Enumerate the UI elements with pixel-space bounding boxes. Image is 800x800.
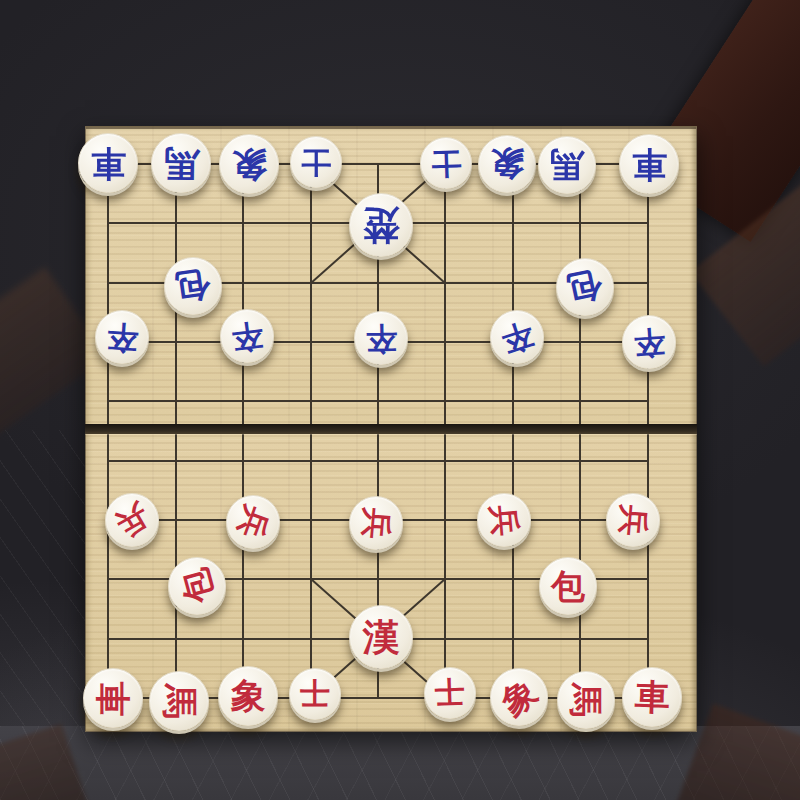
piece-blue-horse-h0[interactable]: 馬 <box>538 136 596 194</box>
piece-blue-cannon-b2[interactable]: 包 <box>164 257 222 315</box>
xiangqi-board: 車馬象士士象馬車楚包包卒卒卒卒卒兵兵兵兵兵包包漢車馬象士士象馬車 <box>85 126 697 732</box>
piece-red-soldier-a6[interactable]: 兵 <box>105 493 159 547</box>
piece-glyph: 卒 <box>230 319 265 354</box>
piece-blue-chariot-a0[interactable]: 車 <box>78 133 138 193</box>
piece-blue-soldier-a3[interactable]: 卒 <box>95 310 149 364</box>
piece-glyph: 士 <box>301 147 331 177</box>
piece-red-cannon-h7[interactable]: 包 <box>539 557 597 615</box>
piece-red-soldier-c6[interactable]: 兵 <box>226 495 280 549</box>
piece-glyph: 車 <box>632 147 667 182</box>
piece-glyph: 象 <box>230 678 267 715</box>
piece-blue-horse-b0[interactable]: 馬 <box>151 133 211 193</box>
piece-glyph: 象 <box>489 146 524 181</box>
piece-red-horse-h9[interactable]: 馬 <box>557 671 615 729</box>
piece-red-chariot-a9[interactable]: 車 <box>83 668 143 728</box>
piece-glyph: 馬 <box>569 683 603 717</box>
piece-blue-advisor-d0[interactable]: 士 <box>290 136 342 188</box>
piece-blue-soldier-c3[interactable]: 卒 <box>220 309 274 363</box>
piece-glyph: 兵 <box>487 503 521 537</box>
piece-blue-cannon-h2[interactable]: 包 <box>556 258 614 316</box>
piece-red-horse-b9[interactable]: 馬 <box>149 671 209 731</box>
piece-glyph: 車 <box>91 146 126 181</box>
piece-glyph: 兵 <box>111 499 153 541</box>
piece-glyph: 車 <box>634 679 670 715</box>
pieces-layer: 車馬象士士象馬車楚包包卒卒卒卒卒兵兵兵兵兵包包漢車馬象士士象馬車 <box>86 127 696 731</box>
piece-glyph: 馬 <box>162 684 197 719</box>
piece-glyph: 包 <box>174 267 212 305</box>
piece-glyph: 包 <box>176 565 218 607</box>
piece-red-advisor-d9[interactable]: 士 <box>289 668 341 720</box>
piece-glyph: 兵 <box>616 503 650 537</box>
piece-blue-elephant-g0[interactable]: 象 <box>478 135 536 193</box>
leather-texture <box>0 430 90 730</box>
piece-glyph: 漢 <box>363 619 400 656</box>
piece-glyph: 士 <box>430 147 461 178</box>
piece-glyph: 楚 <box>363 207 400 244</box>
piece-glyph: 馬 <box>550 148 584 182</box>
piece-red-soldier-i6[interactable]: 兵 <box>606 493 660 547</box>
piece-glyph: 馬 <box>163 145 199 181</box>
piece-red-soldier-g6[interactable]: 兵 <box>477 493 531 547</box>
piece-blue-chariot-i0[interactable]: 車 <box>619 134 679 194</box>
piece-blue-soldier-g3[interactable]: 卒 <box>490 310 544 364</box>
piece-blue-soldier-e3[interactable]: 卒 <box>354 311 408 365</box>
piece-glyph: 卒 <box>497 317 536 356</box>
piece-red-advisor-f9[interactable]: 士 <box>424 667 476 719</box>
piece-glyph: 士 <box>434 677 465 708</box>
piece-glyph: 象 <box>495 673 542 720</box>
piece-red-general-e8[interactable]: 漢 <box>349 605 413 669</box>
piece-red-cannon-b7[interactable]: 包 <box>168 557 226 615</box>
piece-red-soldier-e6[interactable]: 兵 <box>349 496 403 550</box>
piece-blue-elephant-c0[interactable]: 象 <box>219 134 279 194</box>
piece-glyph: 兵 <box>233 502 273 542</box>
piece-blue-advisor-f0[interactable]: 士 <box>420 137 472 189</box>
piece-glyph: 卒 <box>365 322 397 354</box>
piece-glyph: 象 <box>231 146 267 182</box>
piece-red-elephant-c9[interactable]: 象 <box>218 666 278 726</box>
photo-scene: 車馬象士士象馬車楚包包卒卒卒卒卒兵兵兵兵兵包包漢車馬象士士象馬車 <box>0 0 800 800</box>
piece-glyph: 卒 <box>632 325 665 358</box>
piece-red-elephant-g9[interactable]: 象 <box>490 668 548 726</box>
table-surface-strip <box>0 726 800 800</box>
piece-glyph: 兵 <box>359 506 393 540</box>
piece-glyph: 車 <box>96 681 131 716</box>
piece-blue-soldier-i3[interactable]: 卒 <box>622 315 676 369</box>
piece-glyph: 卒 <box>105 320 138 353</box>
piece-glyph: 包 <box>565 267 605 307</box>
piece-glyph: 士 <box>300 679 330 709</box>
piece-blue-general-e1[interactable]: 楚 <box>349 193 413 257</box>
piece-glyph: 包 <box>551 569 585 603</box>
piece-red-chariot-i9[interactable]: 車 <box>622 667 682 727</box>
